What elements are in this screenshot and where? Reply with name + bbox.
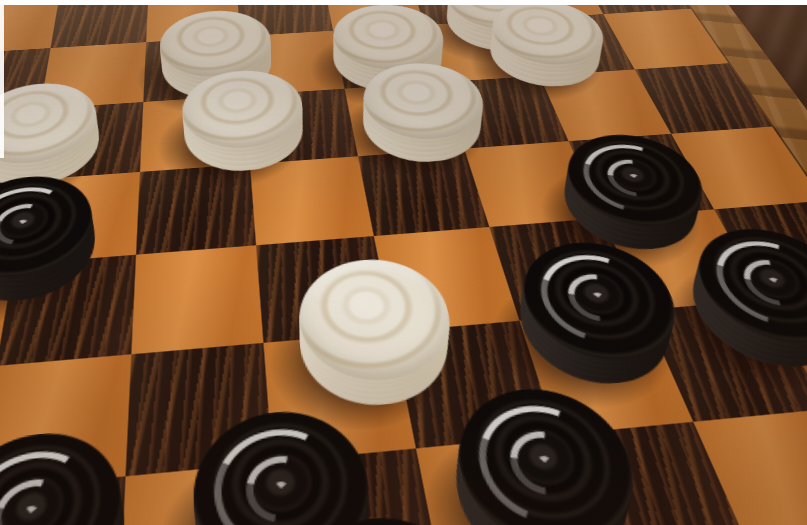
image-border-top [0, 0, 807, 5]
white-checker[interactable] [185, 92, 308, 178]
dark-square[interactable] [51, 0, 149, 48]
black-checker[interactable] [196, 433, 379, 525]
checkers-board-photo [0, 0, 807, 525]
light-square[interactable] [131, 245, 263, 354]
black-checker[interactable] [505, 264, 691, 393]
white-checker[interactable] [479, 22, 613, 93]
black-checker[interactable] [671, 251, 807, 376]
black-checker[interactable] [0, 454, 128, 525]
white-checker[interactable] [294, 281, 461, 415]
image-border-left [0, 0, 4, 158]
checkers-board [0, 0, 807, 525]
white-checker[interactable] [356, 85, 492, 169]
